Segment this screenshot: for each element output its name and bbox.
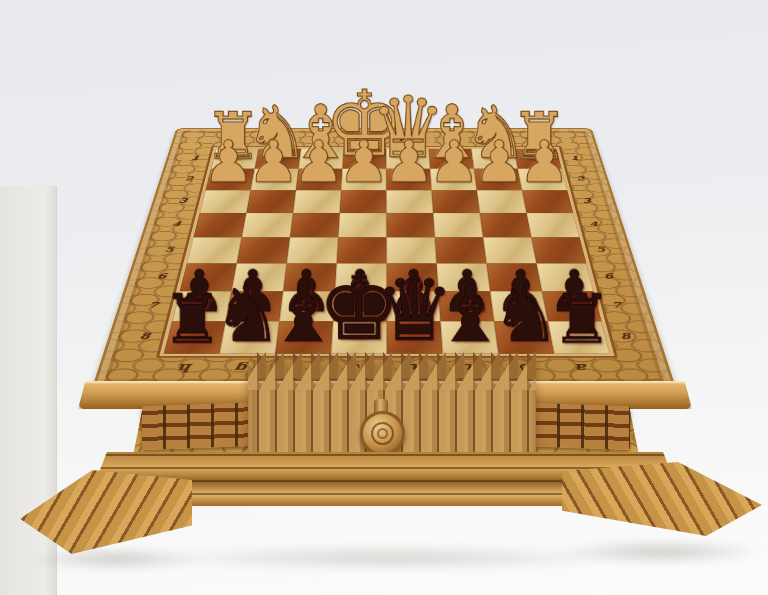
square-g2: ♟ <box>251 169 299 190</box>
piece-black-queen-d8: ♛ <box>375 268 454 352</box>
file-label-back-c: c <box>442 136 449 141</box>
file-label-back-a: a <box>526 136 534 141</box>
piece-black-knight-b8: ♞ <box>492 278 561 351</box>
rank-label-right-7: 7 <box>611 300 623 309</box>
rank-label-right-3: 3 <box>582 197 592 204</box>
file-label-back-h: h <box>232 136 241 141</box>
brick-panel-left <box>142 402 260 450</box>
file-label-back-d: d <box>401 136 408 141</box>
square-d8: ♛ <box>387 321 443 353</box>
square-c2: ♟ <box>430 169 477 190</box>
square-b3 <box>477 190 527 213</box>
square-c3 <box>432 190 480 213</box>
square-b4 <box>480 213 531 237</box>
rank-label-left-5: 5 <box>164 245 175 253</box>
square-d4 <box>386 213 434 237</box>
corner-foot-right <box>562 462 762 536</box>
piece-white-pawn-h2: ♟ <box>203 134 255 189</box>
square-h8: ♜ <box>164 321 226 353</box>
photo-backdrop: ♜♞♝♚♛♝♞♜♟♟♟♟♟♟♟♟♟♟♟♟♟♟♟♟♜♞♝♚♛♝♞♜ 1122334… <box>0 0 768 595</box>
floor-shadow-right <box>556 540 766 564</box>
square-c4 <box>433 213 483 237</box>
square-f4 <box>290 213 340 237</box>
rank-label-right-4: 4 <box>588 220 599 228</box>
file-label-back-e: e <box>359 136 366 141</box>
piece-white-pawn-d2: ♟ <box>383 134 435 189</box>
rank-label-right-2: 2 <box>576 175 586 182</box>
piece-white-pawn-c2: ♟ <box>428 134 480 189</box>
square-h4 <box>193 213 246 237</box>
piece-black-rook-a8: ♜ <box>551 288 611 352</box>
square-d2: ♟ <box>386 169 431 190</box>
piece-black-knight-g8: ♞ <box>213 278 282 351</box>
piece-white-pawn-a2: ♟ <box>518 134 570 189</box>
piece-white-pawn-g2: ♟ <box>248 134 300 189</box>
piece-white-pawn-e2: ♟ <box>338 134 390 189</box>
piece-black-rook-h8: ♜ <box>162 288 222 352</box>
rank-label-left-8: 8 <box>139 331 152 341</box>
square-f2: ♟ <box>296 169 343 190</box>
file-label-back-g: g <box>274 136 282 141</box>
square-d3 <box>386 190 433 213</box>
floor-shadow-left <box>26 548 206 570</box>
square-e2: ♟ <box>341 169 386 190</box>
rank-label-left-1: 1 <box>190 155 200 161</box>
rank-label-right-8: 8 <box>619 331 632 341</box>
square-b2: ♟ <box>474 169 522 190</box>
piece-white-pawn-f2: ♟ <box>293 134 345 189</box>
square-b8: ♞ <box>494 321 554 353</box>
square-f3 <box>293 190 341 213</box>
square-g3 <box>246 190 296 213</box>
file-label-front-h: h <box>178 362 194 375</box>
square-a4 <box>527 213 580 237</box>
chess-board: ♜♞♝♚♛♝♞♜♟♟♟♟♟♟♟♟♟♟♟♟♟♟♟♟♜♞♝♚♛♝♞♜ <box>164 149 610 354</box>
wooden-knob <box>360 411 405 456</box>
square-e4 <box>338 213 386 237</box>
rank-label-right-1: 1 <box>570 155 580 161</box>
square-e3 <box>340 190 387 213</box>
square-a3 <box>522 190 573 213</box>
rank-label-right-5: 5 <box>595 245 606 253</box>
chess-board-scene: ♜♞♝♚♛♝♞♜♟♟♟♟♟♟♟♟♟♟♟♟♟♟♟♟♜♞♝♚♛♝♞♜ 1122334… <box>92 0 676 388</box>
square-a8: ♜ <box>548 321 610 353</box>
file-label-front-a: a <box>575 362 589 375</box>
square-h3 <box>200 190 251 213</box>
file-label-back-f: f <box>317 136 322 141</box>
rank-label-left-3: 3 <box>178 197 188 204</box>
square-a2: ♟ <box>518 169 567 190</box>
rank-label-right-6: 6 <box>603 272 615 281</box>
rank-label-left-2: 2 <box>184 175 194 182</box>
rank-label-left-4: 4 <box>171 220 182 228</box>
file-label-back-b: b <box>484 136 492 141</box>
square-g4 <box>242 213 293 237</box>
rank-label-left-7: 7 <box>148 300 160 309</box>
square-g8: ♞ <box>220 321 280 353</box>
piece-white-pawn-b2: ♟ <box>473 134 525 189</box>
